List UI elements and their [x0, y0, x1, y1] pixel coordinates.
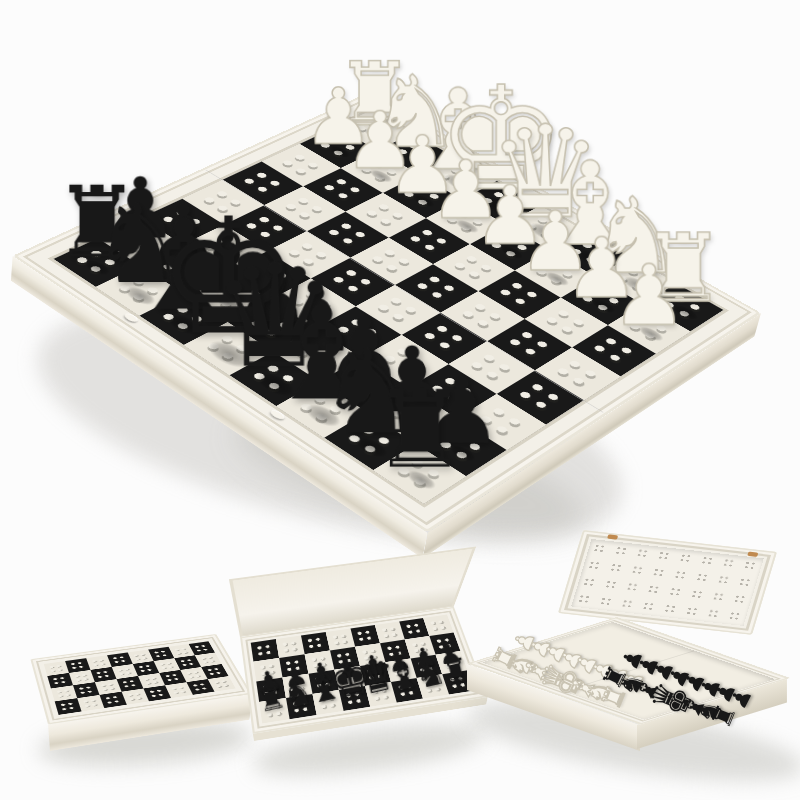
product-photo-canvas: ♜♞♝♚♛♝♞♜♟♟♟♟♟♟♟♟♟♟♟♟♟♟♟♟♜♞♝♚♛♝♞♜ ♟♟♟♟♟♟♟…	[0, 0, 800, 800]
stored-pieces: ♟♟♟♟♟♟♟♟♜♞♝♛♚♝♞♜♟♟♟♟♟♟♟♟♜♞♝♛♚♝♞♜	[0, 0, 800, 800]
